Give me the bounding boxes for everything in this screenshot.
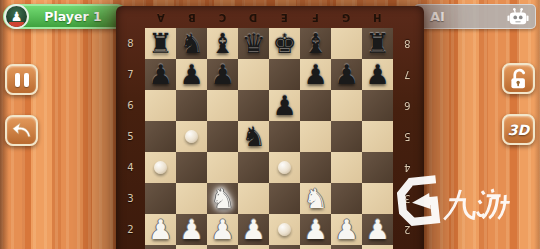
square-a7[interactable]: ♟ bbox=[145, 59, 176, 90]
square-f4[interactable] bbox=[300, 152, 331, 183]
3d-view-button[interactable]: 3D bbox=[502, 114, 535, 145]
square-e2[interactable] bbox=[269, 214, 300, 245]
piece-black-pawn[interactable]: ♟ bbox=[148, 59, 172, 90]
square-d2[interactable]: ♟ bbox=[238, 214, 269, 245]
ai-badge: AI bbox=[414, 4, 536, 29]
square-b7[interactable]: ♟ bbox=[176, 59, 207, 90]
square-e5[interactable] bbox=[269, 121, 300, 152]
square-a2[interactable]: ♟ bbox=[145, 214, 176, 245]
square-g8[interactable] bbox=[331, 28, 362, 59]
move-hint-dot[interactable] bbox=[154, 161, 167, 174]
piece-black-rook[interactable]: ♜ bbox=[148, 28, 172, 59]
square-f5[interactable] bbox=[300, 121, 331, 152]
square-a3[interactable] bbox=[145, 183, 176, 214]
piece-white-pawn[interactable]: ♟ bbox=[148, 214, 172, 245]
rank-label-5: 5 bbox=[127, 131, 133, 142]
robot-icon bbox=[507, 7, 529, 26]
square-d8[interactable]: ♛ bbox=[238, 28, 269, 59]
square-d7[interactable] bbox=[238, 59, 269, 90]
square-d5[interactable]: ♞ bbox=[238, 121, 269, 152]
square-b8[interactable]: ♞ bbox=[176, 28, 207, 59]
move-hint-dot[interactable] bbox=[278, 223, 291, 236]
square-h8[interactable]: ♜ bbox=[362, 28, 393, 59]
piece-white-pawn[interactable]: ♟ bbox=[179, 214, 203, 245]
chess-app-screen: { "game": "chess", "players": { "left": … bbox=[0, 0, 540, 249]
3d-label: 3D bbox=[508, 122, 529, 138]
piece-black-bishop[interactable]: ♝ bbox=[210, 28, 234, 59]
piece-black-pawn[interactable]: ♟ bbox=[179, 59, 203, 90]
rank-labels-right: 87654321 bbox=[393, 28, 422, 249]
piece-white-rook[interactable]: ♜ bbox=[148, 245, 172, 249]
piece-white-pawn[interactable]: ♟ bbox=[210, 214, 234, 245]
rank-labels-left: 87654321 bbox=[116, 28, 145, 249]
square-c6[interactable] bbox=[207, 90, 238, 121]
square-c1[interactable]: ♝ bbox=[207, 245, 238, 249]
file-labels-top: ABCDEFGH bbox=[116, 6, 424, 28]
square-h1[interactable]: ♜ bbox=[362, 245, 393, 249]
square-c3[interactable]: ♞ bbox=[207, 183, 238, 214]
rank-label-8: 8 bbox=[127, 38, 133, 49]
file-label-g: G bbox=[342, 12, 350, 23]
rank-label-6: 6 bbox=[127, 100, 133, 111]
square-f7[interactable]: ♟ bbox=[300, 59, 331, 90]
square-e3[interactable] bbox=[269, 183, 300, 214]
square-g7[interactable]: ♟ bbox=[331, 59, 362, 90]
square-b4[interactable] bbox=[176, 152, 207, 183]
square-a6[interactable] bbox=[145, 90, 176, 121]
piece-white-pawn[interactable]: ♟ bbox=[241, 214, 265, 245]
square-d1[interactable]: ♛ bbox=[238, 245, 269, 249]
square-b2[interactable]: ♟ bbox=[176, 214, 207, 245]
ai-name: AI bbox=[430, 9, 445, 24]
piece-black-pawn[interactable]: ♟ bbox=[272, 90, 296, 121]
square-e8[interactable]: ♚ bbox=[269, 28, 300, 59]
square-h7[interactable]: ♟ bbox=[362, 59, 393, 90]
chess-board: ABCDEFGH 87654321 ♜♞♝♛♚♝♜♟♟♟♟♟♟♟♞♞♞♟♟♟♟♟… bbox=[116, 6, 424, 249]
piece-white-pawn[interactable]: ♟ bbox=[365, 214, 389, 245]
square-b6[interactable] bbox=[176, 90, 207, 121]
square-c2[interactable]: ♟ bbox=[207, 214, 238, 245]
square-h5[interactable] bbox=[362, 121, 393, 152]
piece-white-pawn[interactable]: ♟ bbox=[334, 214, 358, 245]
square-f3[interactable]: ♞ bbox=[300, 183, 331, 214]
square-c8[interactable]: ♝ bbox=[207, 28, 238, 59]
rank-label-4: 4 bbox=[404, 162, 410, 173]
player-name: Player 1 bbox=[29, 9, 127, 24]
piece-white-pawn[interactable]: ♟ bbox=[303, 214, 327, 245]
rank-label-3: 3 bbox=[404, 193, 410, 204]
piece-white-queen[interactable]: ♛ bbox=[241, 245, 265, 249]
file-label-d: D bbox=[249, 12, 257, 23]
square-f6[interactable] bbox=[300, 90, 331, 121]
board-grid: ♜♞♝♛♚♝♜♟♟♟♟♟♟♟♞♞♞♟♟♟♟♟♟♟♜♝♛♚♝♜ bbox=[145, 28, 393, 249]
move-hint-dot[interactable] bbox=[185, 130, 198, 143]
square-a8[interactable]: ♜ bbox=[145, 28, 176, 59]
square-g4[interactable] bbox=[331, 152, 362, 183]
square-b5[interactable] bbox=[176, 121, 207, 152]
unlocked-padlock-icon bbox=[508, 68, 530, 90]
piece-black-king[interactable]: ♚ bbox=[272, 28, 296, 59]
square-c7[interactable]: ♟ bbox=[207, 59, 238, 90]
piece-white-rook[interactable]: ♜ bbox=[365, 245, 389, 249]
piece-black-bishop[interactable]: ♝ bbox=[303, 28, 327, 59]
square-f8[interactable]: ♝ bbox=[300, 28, 331, 59]
square-d4[interactable] bbox=[238, 152, 269, 183]
piece-black-knight[interactable]: ♞ bbox=[241, 121, 265, 152]
square-g3[interactable] bbox=[331, 183, 362, 214]
square-e6[interactable]: ♟ bbox=[269, 90, 300, 121]
file-label-c: C bbox=[219, 12, 226, 23]
piece-black-pawn[interactable]: ♟ bbox=[365, 59, 389, 90]
square-h2[interactable]: ♟ bbox=[362, 214, 393, 245]
square-a1[interactable]: ♜ bbox=[145, 245, 176, 249]
square-b3[interactable] bbox=[176, 183, 207, 214]
square-f2[interactable]: ♟ bbox=[300, 214, 331, 245]
file-label-f: F bbox=[312, 12, 319, 23]
square-e4[interactable] bbox=[269, 152, 300, 183]
square-g1[interactable] bbox=[331, 245, 362, 249]
lock-button[interactable] bbox=[502, 63, 535, 94]
rank-label-3: 3 bbox=[127, 193, 133, 204]
file-label-e: E bbox=[281, 12, 288, 23]
player-avatar: ♟ bbox=[4, 4, 29, 29]
square-h3[interactable] bbox=[362, 183, 393, 214]
square-c4[interactable] bbox=[207, 152, 238, 183]
square-d3[interactable] bbox=[238, 183, 269, 214]
rank-label-8: 8 bbox=[404, 38, 410, 49]
piece-black-pawn[interactable]: ♟ bbox=[210, 59, 234, 90]
square-b1[interactable] bbox=[176, 245, 207, 249]
square-a4[interactable] bbox=[145, 152, 176, 183]
player-badge: ♟ Player 1 bbox=[3, 4, 129, 29]
square-f1[interactable]: ♝ bbox=[300, 245, 331, 249]
undo-arrow-icon bbox=[10, 120, 34, 142]
piece-black-rook[interactable]: ♜ bbox=[365, 28, 389, 59]
rank-label-6: 6 bbox=[404, 100, 410, 111]
square-h6[interactable] bbox=[362, 90, 393, 121]
piece-white-knight[interactable]: ♞ bbox=[303, 183, 327, 214]
piece-black-knight[interactable]: ♞ bbox=[179, 28, 203, 59]
piece-white-king[interactable]: ♚ bbox=[272, 245, 296, 249]
rank-label-2: 2 bbox=[404, 224, 410, 235]
file-label-a: A bbox=[157, 12, 165, 23]
square-e1[interactable]: ♚ bbox=[269, 245, 300, 249]
rank-label-5: 5 bbox=[404, 131, 410, 142]
pause-icon bbox=[15, 73, 20, 87]
square-g2[interactable]: ♟ bbox=[331, 214, 362, 245]
square-a5[interactable] bbox=[145, 121, 176, 152]
square-h4[interactable] bbox=[362, 152, 393, 183]
square-e7[interactable] bbox=[269, 59, 300, 90]
piece-black-pawn[interactable]: ♟ bbox=[303, 59, 327, 90]
rank-label-2: 2 bbox=[127, 224, 133, 235]
piece-white-bishop[interactable]: ♝ bbox=[210, 245, 234, 249]
pawn-avatar-icon: ♟ bbox=[11, 10, 23, 23]
rank-label-7: 7 bbox=[127, 69, 133, 80]
square-d6[interactable] bbox=[238, 90, 269, 121]
9game-cjk-text bbox=[442, 186, 513, 224]
piece-black-pawn[interactable]: ♟ bbox=[334, 59, 358, 90]
move-hint-dot[interactable] bbox=[278, 161, 291, 174]
file-label-b: B bbox=[188, 12, 196, 23]
undo-button[interactable] bbox=[5, 115, 38, 146]
rank-label-7: 7 bbox=[404, 69, 410, 80]
piece-black-queen[interactable]: ♛ bbox=[241, 28, 265, 59]
square-g5[interactable] bbox=[331, 121, 362, 152]
file-label-h: H bbox=[373, 12, 381, 23]
rank-label-4: 4 bbox=[127, 162, 133, 173]
pause-button[interactable] bbox=[5, 64, 38, 95]
square-g6[interactable] bbox=[331, 90, 362, 121]
square-c5[interactable] bbox=[207, 121, 238, 152]
piece-white-knight[interactable]: ♞ bbox=[210, 183, 234, 214]
piece-white-bishop[interactable]: ♝ bbox=[303, 245, 327, 249]
